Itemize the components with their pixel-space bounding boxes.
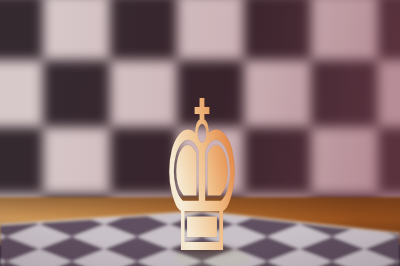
chess-photo-scene: ♚	[0, 0, 400, 266]
white-king-piece: ♚	[160, 74, 244, 266]
